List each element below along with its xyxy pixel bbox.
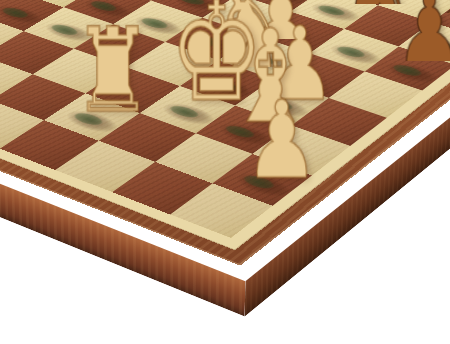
- chess-board: ♚♟♟♟♝♞♟♞♟♝♟♟♛♞♟♚♝♜♟: [0, 0, 450, 266]
- chess-photo-scene: ♚♟♟♟♝♞♟♞♟♝♟♟♛♞♟♚♝♜♟: [0, 0, 450, 344]
